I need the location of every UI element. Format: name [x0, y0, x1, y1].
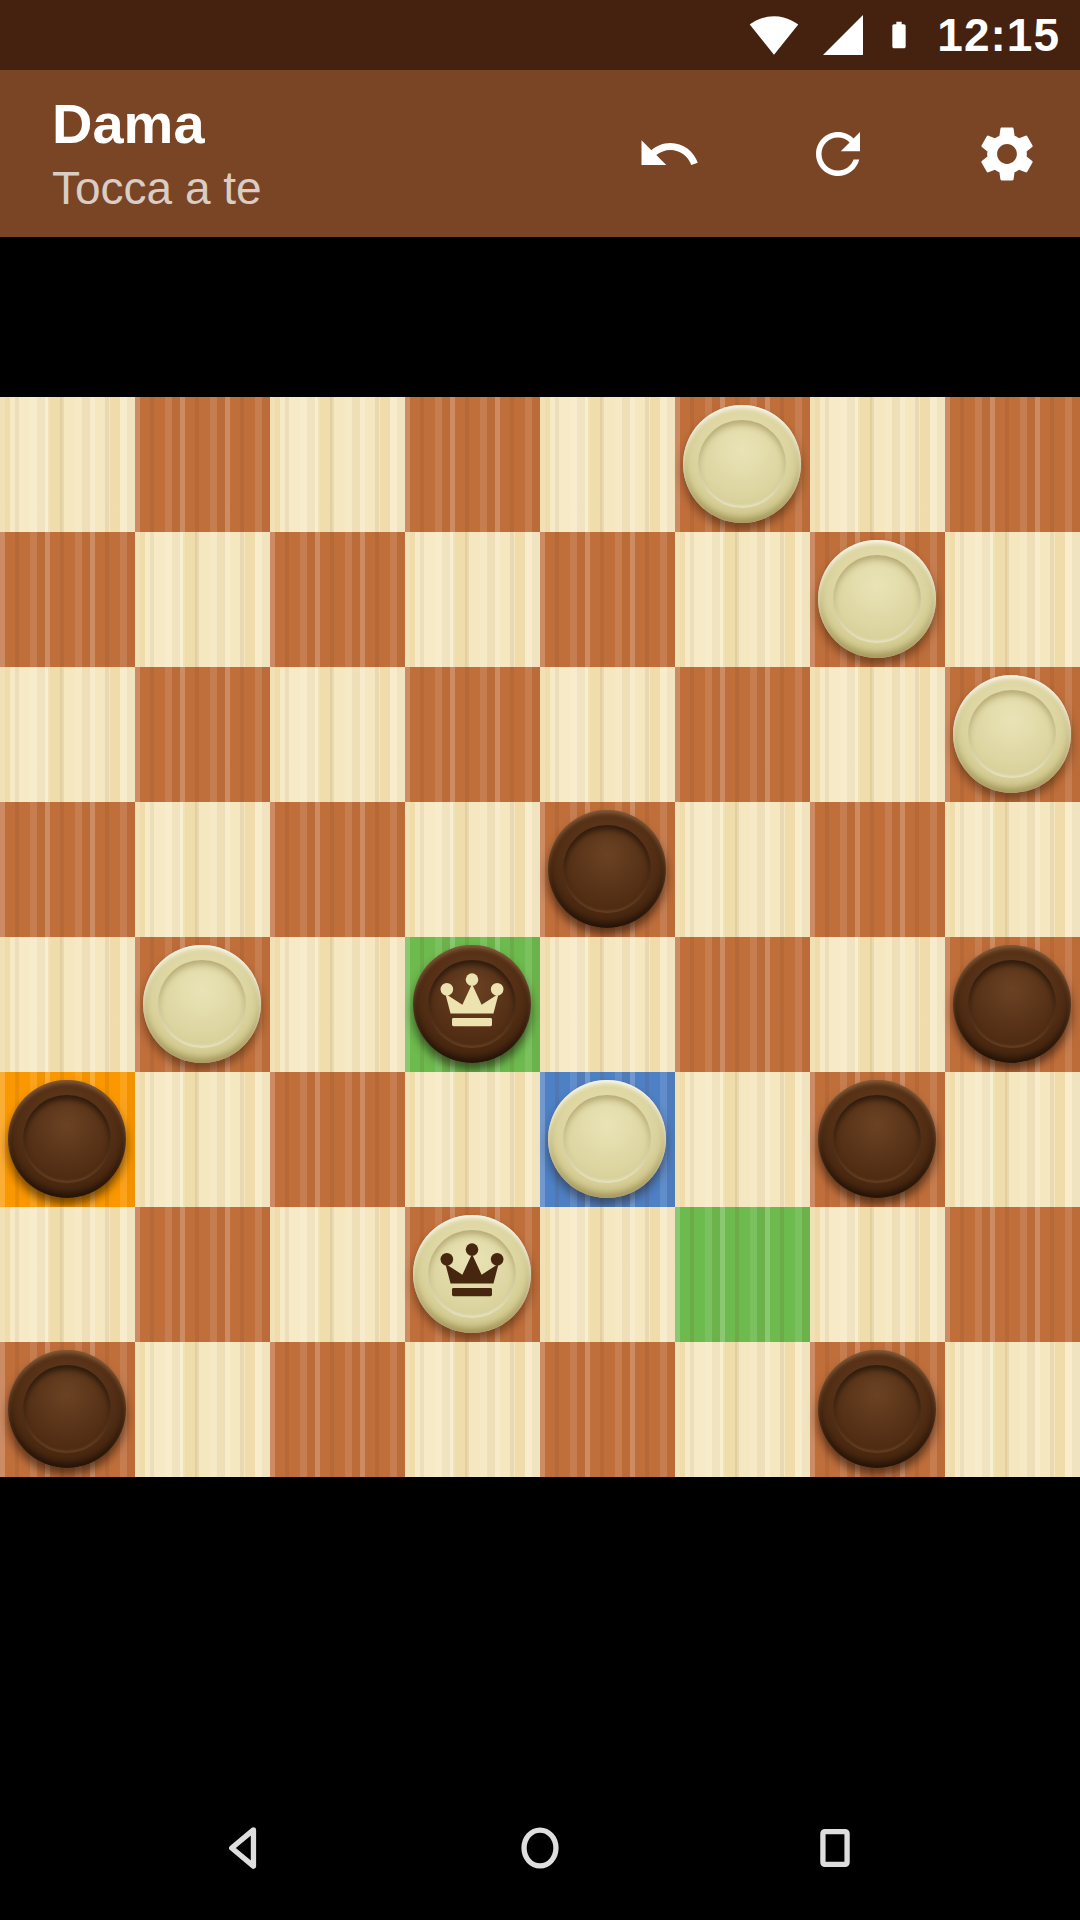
app-title: Dama: [52, 93, 636, 155]
screen: 12:15 Dama Tocca a te: [0, 0, 1080, 1920]
turn-status-text: Tocca a te: [52, 163, 636, 214]
square-r1c2[interactable]: [270, 532, 405, 667]
battery-icon: [883, 9, 915, 61]
square-r1c7[interactable]: [945, 532, 1080, 667]
square-r0c3[interactable]: [405, 397, 540, 532]
white-man[interactable]: [953, 675, 1071, 793]
square-r6c4[interactable]: [540, 1207, 675, 1342]
white-man[interactable]: [548, 1080, 666, 1198]
dark-man[interactable]: [818, 1080, 936, 1198]
undo-button[interactable]: [636, 121, 702, 187]
board[interactable]: [0, 397, 1080, 1477]
square-r3c1[interactable]: [135, 802, 270, 937]
square-r3c4[interactable]: [540, 802, 675, 937]
white-man[interactable]: [143, 945, 261, 1063]
square-r2c5[interactable]: [675, 667, 810, 802]
square-r3c3[interactable]: [405, 802, 540, 937]
redo-refresh-icon: [805, 121, 871, 187]
square-r2c0[interactable]: [0, 667, 135, 802]
nav-recents-button[interactable]: [806, 1816, 864, 1880]
square-r7c7[interactable]: [945, 1342, 1080, 1477]
square-r0c5[interactable]: [675, 397, 810, 532]
square-r4c6[interactable]: [810, 937, 945, 1072]
nav-home-button[interactable]: [511, 1816, 569, 1880]
back-triangle-icon: [216, 1816, 274, 1880]
board-top-gap: [0, 237, 1080, 397]
crown-icon: [435, 967, 509, 1041]
square-r3c6[interactable]: [810, 802, 945, 937]
square-r7c0[interactable]: [0, 1342, 135, 1477]
square-r5c2[interactable]: [270, 1072, 405, 1207]
app-bar-actions: [636, 121, 1040, 187]
square-r6c5-highlight-green[interactable]: [675, 1207, 810, 1342]
square-r2c2[interactable]: [270, 667, 405, 802]
square-r1c3[interactable]: [405, 532, 540, 667]
square-r0c6[interactable]: [810, 397, 945, 532]
settings-button[interactable]: [974, 121, 1040, 187]
square-r7c6[interactable]: [810, 1342, 945, 1477]
crown-icon: [435, 1237, 509, 1311]
square-r3c0[interactable]: [0, 802, 135, 937]
dark-man[interactable]: [548, 810, 666, 928]
square-r4c3-highlight-green[interactable]: [405, 937, 540, 1072]
gear-icon: [974, 121, 1040, 187]
white-man[interactable]: [683, 405, 801, 523]
square-r0c0[interactable]: [0, 397, 135, 532]
square-r5c7[interactable]: [945, 1072, 1080, 1207]
status-bar: 12:15: [0, 0, 1080, 70]
redo-button[interactable]: [805, 121, 871, 187]
square-r0c2[interactable]: [270, 397, 405, 532]
square-r7c1[interactable]: [135, 1342, 270, 1477]
square-r4c7[interactable]: [945, 937, 1080, 1072]
square-r6c2[interactable]: [270, 1207, 405, 1342]
square-r6c0[interactable]: [0, 1207, 135, 1342]
square-r1c6[interactable]: [810, 532, 945, 667]
dark-man[interactable]: [953, 945, 1071, 1063]
square-r6c1[interactable]: [135, 1207, 270, 1342]
recents-square-icon: [806, 1816, 864, 1880]
signal-icon: [819, 11, 867, 59]
nav-back-button[interactable]: [216, 1816, 274, 1880]
square-r6c3[interactable]: [405, 1207, 540, 1342]
clock: 12:15: [937, 8, 1060, 62]
wifi-icon: [745, 10, 803, 60]
square-r0c1[interactable]: [135, 397, 270, 532]
square-r3c2[interactable]: [270, 802, 405, 937]
white-man[interactable]: [818, 540, 936, 658]
square-r2c1[interactable]: [135, 667, 270, 802]
square-r6c6[interactable]: [810, 1207, 945, 1342]
square-r4c5[interactable]: [675, 937, 810, 1072]
square-r2c7[interactable]: [945, 667, 1080, 802]
app-bar-titles: Dama Tocca a te: [52, 93, 636, 213]
square-r4c0[interactable]: [0, 937, 135, 1072]
square-r5c0-highlight-orange[interactable]: [0, 1072, 135, 1207]
home-circle-icon: [511, 1816, 569, 1880]
square-r5c1[interactable]: [135, 1072, 270, 1207]
square-r4c2[interactable]: [270, 937, 405, 1072]
square-r0c4[interactable]: [540, 397, 675, 532]
square-r4c1[interactable]: [135, 937, 270, 1072]
square-r1c5[interactable]: [675, 532, 810, 667]
square-r3c5[interactable]: [675, 802, 810, 937]
white-king[interactable]: [413, 1215, 531, 1333]
app-bar: Dama Tocca a te: [0, 70, 1080, 237]
square-r7c2[interactable]: [270, 1342, 405, 1477]
dark-king[interactable]: [413, 945, 531, 1063]
square-r1c0[interactable]: [0, 532, 135, 667]
square-r1c4[interactable]: [540, 532, 675, 667]
square-r5c6[interactable]: [810, 1072, 945, 1207]
square-r5c4-highlight-blue[interactable]: [540, 1072, 675, 1207]
square-r2c3[interactable]: [405, 667, 540, 802]
square-r3c7[interactable]: [945, 802, 1080, 937]
square-r6c7[interactable]: [945, 1207, 1080, 1342]
undo-icon: [636, 121, 702, 187]
square-r5c3[interactable]: [405, 1072, 540, 1207]
square-r1c1[interactable]: [135, 532, 270, 667]
dark-man[interactable]: [8, 1080, 126, 1198]
square-r2c4[interactable]: [540, 667, 675, 802]
square-r5c5[interactable]: [675, 1072, 810, 1207]
square-r7c5[interactable]: [675, 1342, 810, 1477]
square-r7c4[interactable]: [540, 1342, 675, 1477]
square-r4c4[interactable]: [540, 937, 675, 1072]
square-r2c6[interactable]: [810, 667, 945, 802]
android-nav-bar: [0, 1776, 1080, 1920]
dark-man[interactable]: [8, 1350, 126, 1468]
square-r7c3[interactable]: [405, 1342, 540, 1477]
square-r0c7[interactable]: [945, 397, 1080, 532]
dark-man[interactable]: [818, 1350, 936, 1468]
